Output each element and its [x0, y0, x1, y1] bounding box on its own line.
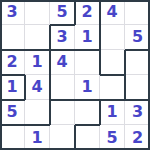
cell-r4c3[interactable]: [50, 75, 75, 100]
cell-r6c2[interactable]: 1: [25, 125, 50, 150]
cell-r6c6[interactable]: 2: [125, 125, 150, 150]
cell-r2c6[interactable]: 5: [125, 25, 150, 50]
cell-r5c4[interactable]: [75, 100, 100, 125]
cell-r5c2[interactable]: [25, 100, 50, 125]
cell-r1c5[interactable]: 4: [100, 0, 125, 25]
cell-r5c1[interactable]: 5: [0, 100, 25, 125]
cell-r4c2[interactable]: 4: [25, 75, 50, 100]
cell-r1c3[interactable]: 5: [50, 0, 75, 25]
cell-r4c4[interactable]: 1: [75, 75, 100, 100]
cell-r2c5[interactable]: [100, 25, 125, 50]
cell-r5c5[interactable]: 1: [100, 100, 125, 125]
cell-r4c5[interactable]: [100, 75, 125, 100]
cell-r1c6[interactable]: [125, 0, 150, 25]
cell-r5c3[interactable]: [50, 100, 75, 125]
cell-r6c1[interactable]: [0, 125, 25, 150]
cell-r1c2[interactable]: [25, 0, 50, 25]
cell-r2c4[interactable]: 1: [75, 25, 100, 50]
cell-r2c3[interactable]: 3: [50, 25, 75, 50]
cell-r3c1[interactable]: 2: [0, 50, 25, 75]
cell-grid: 3524315214141513152: [0, 0, 150, 150]
cell-r6c3[interactable]: [50, 125, 75, 150]
puzzle-board: 3524315214141513152: [0, 0, 150, 150]
cell-r3c4[interactable]: [75, 50, 100, 75]
cell-r6c4[interactable]: [75, 125, 100, 150]
cell-r6c5[interactable]: 5: [100, 125, 125, 150]
cell-r1c4[interactable]: 2: [75, 0, 100, 25]
cell-r3c6[interactable]: [125, 50, 150, 75]
cell-r3c3[interactable]: 4: [50, 50, 75, 75]
cell-r2c1[interactable]: [0, 25, 25, 50]
cell-r4c1[interactable]: 1: [0, 75, 25, 100]
cell-r5c6[interactable]: 3: [125, 100, 150, 125]
cell-r3c2[interactable]: 1: [25, 50, 50, 75]
cell-r2c2[interactable]: [25, 25, 50, 50]
cell-r4c6[interactable]: [125, 75, 150, 100]
cell-r1c1[interactable]: 3: [0, 0, 25, 25]
cell-r3c5[interactable]: [100, 50, 125, 75]
